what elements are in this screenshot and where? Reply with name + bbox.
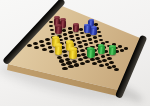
peg-yellow[interactable]	[55, 43, 63, 55]
peg-dark-red[interactable]	[55, 24, 62, 34]
peg-green[interactable]	[109, 45, 116, 55]
peg-top	[109, 45, 116, 48]
photo-scene	[0, 0, 150, 106]
peg-top	[69, 47, 76, 51]
peg-top	[91, 26, 97, 29]
peg-blue[interactable]	[90, 26, 96, 35]
peg-top	[73, 23, 79, 26]
peg-top	[66, 40, 73, 43]
peg-green[interactable]	[87, 47, 94, 58]
pegs-layer	[0, 0, 150, 106]
peg-yellow[interactable]	[69, 47, 77, 59]
peg-dark-red[interactable]	[73, 23, 79, 33]
peg-top	[55, 43, 62, 47]
peg-green[interactable]	[98, 44, 105, 55]
peg-top	[55, 24, 61, 27]
